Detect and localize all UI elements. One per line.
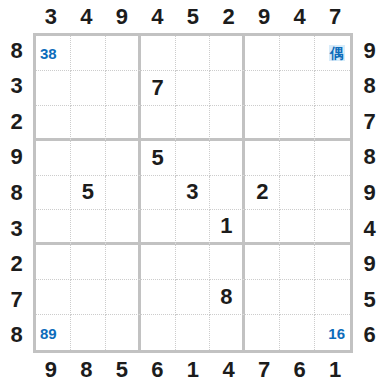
cell-r6c6[interactable]: 1 — [210, 210, 245, 245]
given-digit: 5 — [82, 181, 94, 203]
cell-r4c2[interactable] — [71, 141, 106, 176]
left-clue-5: 8 — [0, 175, 33, 211]
cell-r9c6[interactable] — [210, 315, 245, 350]
top-clue-2: 4 — [69, 0, 105, 33]
cell-r2c7[interactable] — [245, 71, 280, 106]
even-pencil-mark: 偶 — [329, 45, 345, 61]
cell-r2c1[interactable] — [36, 71, 71, 106]
cell-r5c7[interactable]: 2 — [245, 176, 280, 211]
puzzle-frame: 349452947 832983278 38偶75532188916 98789… — [0, 0, 386, 386]
left-clue-1: 8 — [0, 33, 33, 69]
cell-r3c3[interactable] — [106, 106, 141, 141]
cell-r7c7[interactable] — [245, 245, 280, 280]
cell-r8c4[interactable] — [141, 280, 176, 315]
left-clue-9: 8 — [0, 317, 33, 353]
cell-r5c1[interactable] — [36, 176, 71, 211]
cell-r8c7[interactable] — [245, 280, 280, 315]
cell-r9c8[interactable] — [280, 315, 315, 350]
left-clue-2: 3 — [0, 69, 33, 105]
top-clue-1: 3 — [33, 0, 69, 33]
candidate-pencil-mark: 89 — [40, 325, 57, 340]
bottom-clues: 985614761 — [33, 353, 353, 386]
bottom-clue-6: 4 — [211, 353, 247, 386]
cell-r9c4[interactable] — [141, 315, 176, 350]
right-clue-4: 8 — [353, 140, 386, 176]
cell-r7c5[interactable] — [176, 245, 211, 280]
cell-r9c5[interactable] — [176, 315, 211, 350]
cell-r7c1[interactable] — [36, 245, 71, 280]
cell-r5c3[interactable] — [106, 176, 141, 211]
cell-r6c3[interactable] — [106, 210, 141, 245]
cell-r7c8[interactable] — [280, 245, 315, 280]
cell-r4c4[interactable]: 5 — [141, 141, 176, 176]
left-clue-7: 2 — [0, 246, 33, 282]
cell-r5c8[interactable] — [280, 176, 315, 211]
left-clue-4: 9 — [0, 140, 33, 176]
bottom-clue-8: 6 — [282, 353, 318, 386]
cell-r1c8[interactable] — [280, 36, 315, 71]
right-clue-1: 9 — [353, 33, 386, 69]
cell-r4c5[interactable] — [176, 141, 211, 176]
cell-r4c6[interactable] — [210, 141, 245, 176]
cell-r3c4[interactable] — [141, 106, 176, 141]
cell-r6c5[interactable] — [176, 210, 211, 245]
given-digit: 1 — [220, 215, 232, 237]
cell-r6c1[interactable] — [36, 210, 71, 245]
cell-r2c9[interactable] — [315, 71, 350, 106]
right-clue-5: 9 — [353, 175, 386, 211]
candidate-pencil-mark: 16 — [328, 325, 345, 340]
cell-r4c8[interactable] — [280, 141, 315, 176]
given-digit: 8 — [220, 286, 232, 308]
left-clue-3: 2 — [0, 104, 33, 140]
cell-r5c5[interactable]: 3 — [176, 176, 211, 211]
cell-r9c1[interactable]: 89 — [36, 315, 71, 350]
bottom-clue-7: 7 — [246, 353, 282, 386]
cell-r6c7[interactable] — [245, 210, 280, 245]
cell-r4c7[interactable] — [245, 141, 280, 176]
given-digit: 5 — [151, 147, 163, 169]
cell-r8c6[interactable]: 8 — [210, 280, 245, 315]
top-clue-7: 9 — [246, 0, 282, 33]
right-clue-8: 5 — [353, 282, 386, 318]
cell-r2c2[interactable] — [71, 71, 106, 106]
cell-r4c1[interactable] — [36, 141, 71, 176]
cell-r7c4[interactable] — [141, 245, 176, 280]
cell-r2c6[interactable] — [210, 71, 245, 106]
cell-r9c2[interactable] — [71, 315, 106, 350]
cell-r1c9[interactable]: 偶 — [315, 36, 350, 71]
right-clue-2: 8 — [353, 69, 386, 105]
sudoku-board: 38偶75532188916 — [33, 33, 353, 353]
cell-r8c8[interactable] — [280, 280, 315, 315]
cell-r6c8[interactable] — [280, 210, 315, 245]
top-clue-3: 9 — [104, 0, 140, 33]
cell-r3c8[interactable] — [280, 106, 315, 141]
cell-r9c9[interactable]: 16 — [315, 315, 350, 350]
left-clues: 832983278 — [0, 33, 33, 353]
cell-r3c6[interactable] — [210, 106, 245, 141]
cell-r1c6[interactable] — [210, 36, 245, 71]
cell-r2c3[interactable] — [106, 71, 141, 106]
right-clue-9: 6 — [353, 317, 386, 353]
cell-r2c4[interactable]: 7 — [141, 71, 176, 106]
top-clue-8: 4 — [282, 0, 318, 33]
cell-r8c1[interactable] — [36, 280, 71, 315]
given-digit: 2 — [256, 181, 268, 203]
bottom-clue-9: 1 — [317, 353, 353, 386]
cell-r9c3[interactable] — [106, 315, 141, 350]
given-digit: 3 — [186, 181, 198, 203]
cell-r9c7[interactable] — [245, 315, 280, 350]
cell-r5c4[interactable] — [141, 176, 176, 211]
cell-r3c7[interactable] — [245, 106, 280, 141]
candidate-pencil-mark: 38 — [40, 45, 57, 60]
top-clue-9: 7 — [317, 0, 353, 33]
top-clue-4: 4 — [140, 0, 176, 33]
left-clue-6: 3 — [0, 211, 33, 247]
top-clues: 349452947 — [33, 0, 353, 33]
cell-r4c3[interactable] — [106, 141, 141, 176]
cell-r1c7[interactable] — [245, 36, 280, 71]
cell-r5c2[interactable]: 5 — [71, 176, 106, 211]
bottom-clue-3: 5 — [104, 353, 140, 386]
cell-r3c1[interactable] — [36, 106, 71, 141]
bottom-clue-4: 6 — [140, 353, 176, 386]
cell-r6c2[interactable] — [71, 210, 106, 245]
bottom-clue-1: 9 — [33, 353, 69, 386]
bottom-clue-5: 1 — [175, 353, 211, 386]
cell-r3c2[interactable] — [71, 106, 106, 141]
cell-r1c2[interactable] — [71, 36, 106, 71]
cell-r3c5[interactable] — [176, 106, 211, 141]
cell-r8c3[interactable] — [106, 280, 141, 315]
cell-r2c8[interactable] — [280, 71, 315, 106]
cell-r8c9[interactable] — [315, 280, 350, 315]
cell-r8c2[interactable] — [71, 280, 106, 315]
right-clues: 987894956 — [353, 33, 386, 353]
cell-r1c1[interactable]: 38 — [36, 36, 71, 71]
given-digit: 7 — [151, 77, 163, 99]
top-clue-6: 2 — [211, 0, 247, 33]
cell-r7c2[interactable] — [71, 245, 106, 280]
bottom-clue-2: 8 — [69, 353, 105, 386]
cell-r7c6[interactable] — [210, 245, 245, 280]
cell-r7c3[interactable] — [106, 245, 141, 280]
cell-r4c9[interactable] — [315, 141, 350, 176]
cell-r1c5[interactable] — [176, 36, 211, 71]
right-clue-3: 7 — [353, 104, 386, 140]
cell-r2c5[interactable] — [176, 71, 211, 106]
cell-r5c9[interactable] — [315, 176, 350, 211]
left-clue-8: 7 — [0, 282, 33, 318]
cell-r3c9[interactable] — [315, 106, 350, 141]
cell-r6c4[interactable] — [141, 210, 176, 245]
right-clue-6: 4 — [353, 211, 386, 247]
cell-r7c9[interactable] — [315, 245, 350, 280]
right-clue-7: 9 — [353, 246, 386, 282]
cell-r5c6[interactable] — [210, 176, 245, 211]
cell-r8c5[interactable] — [176, 280, 211, 315]
top-clue-5: 5 — [175, 0, 211, 33]
cell-r6c9[interactable] — [315, 210, 350, 245]
cell-r1c3[interactable] — [106, 36, 141, 71]
cell-r1c4[interactable] — [141, 36, 176, 71]
